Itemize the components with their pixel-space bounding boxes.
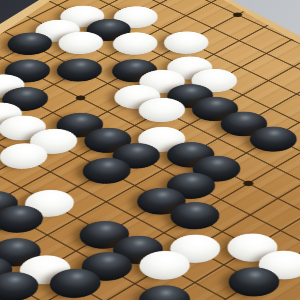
go-board-photo [0, 0, 300, 300]
go-board [0, 0, 300, 300]
